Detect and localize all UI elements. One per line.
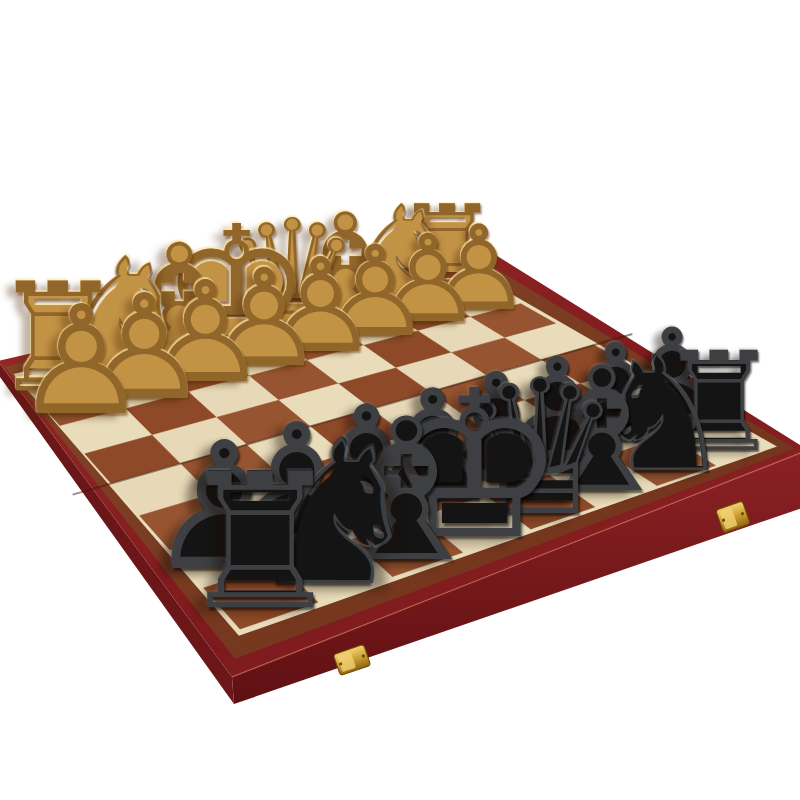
piece-glyph-detail: ♖ [176, 449, 344, 637]
piece-black-rook-h8[interactable]: ♜♖ [176, 449, 344, 637]
chess-set-photo: ♜♖♞♘♟♙♝♗♟♙♛♕♟♙♚♔♟♙♝♗♟♙♞♘♟♙♜♖♟♙♟♙♟♙♟♙♜♖♟♙… [0, 0, 800, 800]
pieces-layer: ♜♖♞♘♟♙♝♗♟♙♛♕♟♙♚♔♟♙♝♗♟♙♞♘♟♙♜♖♟♙♟♙♟♙♟♙♜♖♟♙… [0, 0, 800, 800]
piece-glyph-detail: ♙ [14, 287, 149, 438]
piece-white-pawn-h2[interactable]: ♟♙ [14, 287, 149, 438]
